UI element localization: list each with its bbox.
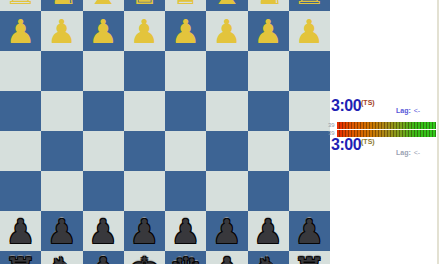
white-pawn-piece[interactable]: ♟ xyxy=(171,15,201,48)
black-pawn-piece[interactable]: ♟ xyxy=(253,215,283,248)
strength-meter-row: 39 xyxy=(330,122,440,129)
square[interactable] xyxy=(248,91,289,131)
bottom-lag-label: Lag: xyxy=(396,149,411,156)
top-player-clock: 3:00(TS) xyxy=(331,97,375,115)
top-clock-timeseal-tag: (TS) xyxy=(361,99,375,106)
white-bishop-piece[interactable]: ♝ xyxy=(210,0,243,10)
bottom-clock-timeseal-tag: (TS) xyxy=(361,138,375,145)
square[interactable]: ♝ xyxy=(83,251,124,264)
white-rook-piece[interactable]: ♜ xyxy=(4,0,37,10)
white-pawn-piece[interactable]: ♟ xyxy=(88,15,118,48)
black-bishop-piece[interactable]: ♝ xyxy=(87,253,120,264)
square[interactable] xyxy=(124,91,165,131)
square[interactable] xyxy=(41,131,82,171)
square[interactable]: ♟ xyxy=(248,11,289,51)
square[interactable]: ♟ xyxy=(289,211,330,251)
square[interactable]: ♞ xyxy=(248,251,289,264)
square[interactable] xyxy=(124,51,165,91)
square[interactable] xyxy=(124,131,165,171)
top-lag-indicator: Lag:<- xyxy=(396,107,420,114)
square[interactable]: ♟ xyxy=(289,11,330,51)
square[interactable]: ♝ xyxy=(206,0,247,11)
square[interactable]: ♜ xyxy=(289,0,330,11)
black-queen-piece[interactable]: ♛ xyxy=(169,253,202,264)
black-pawn-piece[interactable]: ♟ xyxy=(130,215,160,248)
white-knight-piece[interactable]: ♞ xyxy=(252,0,285,10)
white-queen-piece[interactable]: ♛ xyxy=(169,0,202,10)
square[interactable] xyxy=(165,171,206,211)
square[interactable]: ♟ xyxy=(0,11,41,51)
bottom-clock-time: 3:00 xyxy=(331,136,361,153)
square[interactable] xyxy=(41,91,82,131)
square[interactable] xyxy=(289,171,330,211)
square[interactable] xyxy=(83,171,124,211)
top-lag-label: Lag: xyxy=(396,107,411,114)
square[interactable] xyxy=(289,51,330,91)
square[interactable] xyxy=(165,51,206,91)
square[interactable]: ♜ xyxy=(0,0,41,11)
top-material-count: 39 xyxy=(328,122,335,129)
square[interactable] xyxy=(0,131,41,171)
square[interactable] xyxy=(0,91,41,131)
square[interactable]: ♚ xyxy=(124,251,165,264)
square[interactable]: ♟ xyxy=(41,11,82,51)
chess-client-window: ♜♞♝♚♛♝♞♜♟♟♟♟♟♟♟♟♟♟♟♟♟♟♟♟♜♞♝♚♛♝♞♜ 3:00(TS… xyxy=(0,0,440,264)
black-pawn-piece[interactable]: ♟ xyxy=(6,215,36,248)
square[interactable]: ♟ xyxy=(83,11,124,51)
black-knight-piece[interactable]: ♞ xyxy=(45,253,78,264)
square[interactable] xyxy=(0,171,41,211)
white-knight-piece[interactable]: ♞ xyxy=(45,0,78,10)
square[interactable] xyxy=(206,51,247,91)
square[interactable]: ♚ xyxy=(124,0,165,11)
square[interactable]: ♟ xyxy=(41,211,82,251)
black-pawn-piece[interactable]: ♟ xyxy=(295,215,325,248)
white-pawn-piece[interactable]: ♟ xyxy=(6,15,36,48)
square[interactable] xyxy=(248,51,289,91)
square[interactable] xyxy=(124,171,165,211)
square[interactable]: ♜ xyxy=(289,251,330,264)
square[interactable] xyxy=(206,171,247,211)
black-knight-piece[interactable]: ♞ xyxy=(252,253,285,264)
panel-edge-divider xyxy=(437,0,439,264)
square[interactable] xyxy=(289,131,330,171)
black-pawn-piece[interactable]: ♟ xyxy=(171,215,201,248)
square[interactable] xyxy=(248,131,289,171)
square[interactable]: ♟ xyxy=(165,11,206,51)
square[interactable] xyxy=(206,91,247,131)
square[interactable]: ♛ xyxy=(165,0,206,11)
white-pawn-piece[interactable]: ♟ xyxy=(130,15,160,48)
square[interactable]: ♛ xyxy=(165,251,206,264)
square[interactable] xyxy=(289,91,330,131)
square[interactable]: ♟ xyxy=(83,211,124,251)
square[interactable]: ♟ xyxy=(248,211,289,251)
black-pawn-piece[interactable]: ♟ xyxy=(212,215,242,248)
square[interactable]: ♜ xyxy=(0,251,41,264)
square[interactable] xyxy=(165,91,206,131)
square[interactable]: ♞ xyxy=(41,0,82,11)
top-clock-time: 3:00 xyxy=(331,97,361,114)
square[interactable] xyxy=(83,51,124,91)
chess-board: ♜♞♝♚♛♝♞♜♟♟♟♟♟♟♟♟♟♟♟♟♟♟♟♟♜♞♝♚♛♝♞♜ xyxy=(0,0,330,264)
square[interactable] xyxy=(165,131,206,171)
square[interactable]: ♝ xyxy=(206,251,247,264)
square[interactable] xyxy=(83,91,124,131)
white-pawn-piece[interactable]: ♟ xyxy=(253,15,283,48)
square[interactable] xyxy=(0,51,41,91)
square[interactable]: ♟ xyxy=(206,11,247,51)
white-pawn-piece[interactable]: ♟ xyxy=(295,15,325,48)
square[interactable] xyxy=(41,51,82,91)
square[interactable]: ♟ xyxy=(165,211,206,251)
bottom-lag-value: <- xyxy=(414,149,420,156)
square[interactable]: ♞ xyxy=(41,251,82,264)
square[interactable]: ♟ xyxy=(0,211,41,251)
square[interactable] xyxy=(83,131,124,171)
white-king-piece[interactable]: ♚ xyxy=(128,0,161,10)
square[interactable]: ♞ xyxy=(248,0,289,11)
black-bishop-piece[interactable]: ♝ xyxy=(210,253,243,264)
black-king-piece[interactable]: ♚ xyxy=(128,253,161,264)
white-bishop-piece[interactable]: ♝ xyxy=(87,0,120,10)
square[interactable]: ♟ xyxy=(124,211,165,251)
black-pawn-piece[interactable]: ♟ xyxy=(47,215,77,248)
white-rook-piece[interactable]: ♜ xyxy=(293,0,326,10)
black-rook-piece[interactable]: ♜ xyxy=(4,253,37,264)
top-lag-value: <- xyxy=(414,107,420,114)
bottom-player-clock: 3:00(TS) xyxy=(331,136,375,154)
side-panel: 3:00(TS) Lag:<- 39 39 3:00(TS) Lag:<- xyxy=(330,0,440,264)
black-rook-piece[interactable]: ♜ xyxy=(293,253,326,264)
white-pawn-piece[interactable]: ♟ xyxy=(212,15,242,48)
white-pawn-piece[interactable]: ♟ xyxy=(47,15,77,48)
square[interactable]: ♟ xyxy=(124,11,165,51)
square[interactable]: ♟ xyxy=(206,211,247,251)
bottom-lag-indicator: Lag:<- xyxy=(396,149,420,156)
square[interactable] xyxy=(206,131,247,171)
black-pawn-piece[interactable]: ♟ xyxy=(88,215,118,248)
square[interactable]: ♝ xyxy=(83,0,124,11)
top-strength-meter-bar xyxy=(337,122,436,129)
square[interactable] xyxy=(248,171,289,211)
square[interactable] xyxy=(41,171,82,211)
